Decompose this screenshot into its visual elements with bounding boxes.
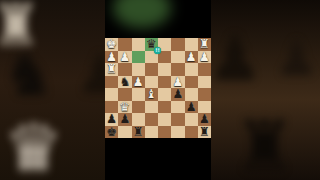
white-piece-p: ♟ [119,51,130,63]
square-d4[interactable] [158,76,171,89]
square-c3[interactable] [171,63,184,76]
square-a3[interactable] [198,63,211,76]
square-f7[interactable] [132,113,145,126]
brilliant-move-badge: !! [154,47,161,54]
square-c8[interactable] [171,126,184,139]
square-e7[interactable] [145,113,158,126]
square-a4[interactable] [198,76,211,89]
square-d6[interactable] [158,101,171,114]
square-c5[interactable]: ♟ [171,88,184,101]
blurred-black-rook-icon: ♜ [233,112,296,180]
square-b8[interactable] [185,126,198,139]
square-f4[interactable]: ♟ [132,76,145,89]
square-a8[interactable]: ♜ [198,126,211,139]
square-g5[interactable] [118,88,131,101]
square-b6[interactable]: ♟ [185,101,198,114]
square-g3[interactable] [118,63,131,76]
white-piece-p: ♟ [186,51,197,63]
square-e5[interactable]: ♝ [145,88,158,101]
blurred-left-backdrop: ♜ ♞ ♟ ♛ [0,0,105,180]
white-piece-p: ♟ [199,51,210,63]
square-a1[interactable]: ♜ [198,38,211,51]
square-d5[interactable] [158,88,171,101]
square-g6[interactable]: ♛ [118,101,131,114]
square-g1[interactable] [118,38,131,51]
square-h5[interactable] [105,88,118,101]
white-piece-r: ♜ [199,38,210,50]
square-c4[interactable]: ♟ [171,76,184,89]
blurred-green-highlight [113,0,171,28]
bottom-letterbox [105,138,211,180]
blurred-right-backdrop: ♟ ♟ ♜ [211,0,320,180]
square-a7[interactable]: ♟ [198,113,211,126]
square-f2[interactable] [132,51,145,64]
square-g8[interactable] [118,126,131,139]
black-piece-r: ♜ [199,126,210,138]
square-h4[interactable] [105,76,118,89]
white-piece-b: ♝ [146,88,157,100]
square-a2[interactable]: ♟ [198,51,211,64]
white-piece-p: ♟ [133,76,144,88]
white-piece-p: ♟ [106,51,117,63]
blurred-black-pawn-icon: ♟ [275,34,318,82]
white-piece-p: ♟ [172,76,183,88]
square-h7[interactable]: ♟ [105,113,118,126]
blurred-black-pawn-icon: ♟ [76,48,105,102]
top-letterbox [105,0,211,38]
square-e8[interactable] [145,126,158,139]
square-c1[interactable] [171,38,184,51]
chess-board: ♚♛!!♜♟♟♟♟♜♞♟♟♝♟♛♟♟♟♟♚♜♜ [105,38,211,138]
black-piece-p: ♟ [186,101,197,113]
black-piece-p: ♟ [199,113,210,125]
video-frame: ♜ ♞ ♟ ♛ ♟ ♟ ♜ ♚♛!!♜♟♟♟♟♜♞♟♟♝♟♛♟♟♟♟♚♜♜ [0,0,320,180]
black-piece-p: ♟ [119,113,130,125]
blurred-black-pawn-icon: ♟ [211,28,263,90]
square-g7[interactable]: ♟ [118,113,131,126]
blurred-white-queen-icon: ♛ [4,116,63,180]
square-a5[interactable] [198,88,211,101]
square-d3[interactable] [158,63,171,76]
black-piece-p: ♟ [106,113,117,125]
black-piece-p: ♟ [172,88,183,100]
square-a6[interactable] [198,101,211,114]
square-b2[interactable]: ♟ [185,51,198,64]
square-h8[interactable]: ♚ [105,126,118,139]
square-h1[interactable]: ♚ [105,38,118,51]
square-b1[interactable] [185,38,198,51]
square-f5[interactable] [132,88,145,101]
square-b4[interactable] [185,76,198,89]
square-c2[interactable] [171,51,184,64]
square-e6[interactable] [145,101,158,114]
square-e3[interactable] [145,63,158,76]
square-h3[interactable]: ♜ [105,63,118,76]
black-piece-n: ♞ [119,76,130,88]
white-piece-k: ♚ [106,38,117,50]
white-piece-r: ♜ [106,63,117,75]
white-piece-q: ♛ [119,101,130,113]
square-d7[interactable] [158,113,171,126]
blurred-black-knight-icon: ♞ [2,44,56,104]
square-e4[interactable] [145,76,158,89]
square-c7[interactable] [171,113,184,126]
square-f3[interactable] [132,63,145,76]
square-f1[interactable] [132,38,145,51]
square-g4[interactable]: ♞ [118,76,131,89]
black-piece-k: ♚ [106,126,117,138]
square-g2[interactable]: ♟ [118,51,131,64]
square-b3[interactable] [185,63,198,76]
square-f6[interactable] [132,101,145,114]
square-c6[interactable] [171,101,184,114]
square-b7[interactable] [185,113,198,126]
black-piece-r: ♜ [133,126,144,138]
square-e1[interactable]: ♛!! [145,38,158,51]
square-f8[interactable]: ♜ [132,126,145,139]
square-b5[interactable] [185,88,198,101]
square-d8[interactable] [158,126,171,139]
square-h2[interactable]: ♟ [105,51,118,64]
square-h6[interactable] [105,101,118,114]
